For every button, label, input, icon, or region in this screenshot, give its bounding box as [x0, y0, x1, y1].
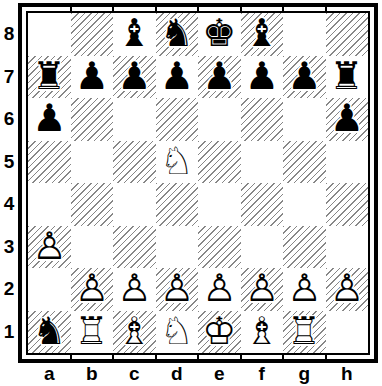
- piece-white-rook[interactable]: ♜♖: [283, 311, 326, 354]
- square-f8[interactable]: ♝: [241, 13, 284, 56]
- square-h6[interactable]: ♟: [326, 98, 369, 141]
- rank-label-6: 6: [0, 98, 18, 141]
- piece-glyph-outline: ♘: [156, 140, 199, 183]
- file-label-b: b: [71, 363, 114, 385]
- square-e3[interactable]: [198, 226, 241, 269]
- square-b8[interactable]: [71, 13, 114, 56]
- frame-tick: [70, 355, 72, 359]
- frame-tick: [155, 7, 157, 11]
- square-h2[interactable]: ♟♙: [326, 268, 369, 311]
- piece-glyph-outline: ♔: [198, 310, 241, 353]
- square-b2[interactable]: ♟♙: [71, 268, 114, 311]
- square-d8[interactable]: ♞: [156, 13, 199, 56]
- square-g1[interactable]: ♜♖: [283, 311, 326, 354]
- piece-glyph-outline: ♙: [28, 225, 71, 268]
- piece-white-rook[interactable]: ♜♖: [71, 311, 114, 354]
- piece-white-pawn[interactable]: ♟♙: [283, 268, 326, 311]
- piece-white-knight[interactable]: ♞♘: [156, 141, 199, 184]
- square-h8[interactable]: [326, 13, 369, 56]
- frame-tick: [112, 355, 114, 359]
- square-b5[interactable]: [71, 141, 114, 184]
- piece-glyph-outline: ♙: [283, 267, 326, 310]
- frame-tick: [112, 7, 114, 11]
- board-frame: ♝♞♚♝♜♟♟♟♟♟♟♜♟♟♞♘♟♙♟♙♟♙♟♙♟♙♟♙♟♙♟♙♞♜♖♝♗♞♘♚…: [18, 3, 378, 363]
- frame-tick: [282, 355, 284, 359]
- rank-label-7: 7: [0, 56, 18, 99]
- square-f2[interactable]: ♟♙: [241, 268, 284, 311]
- file-label-f: f: [241, 363, 284, 385]
- square-d4[interactable]: [156, 183, 199, 226]
- rank-label-3: 3: [0, 226, 18, 269]
- chess-board: ♝♞♚♝♜♟♟♟♟♟♟♜♟♟♞♘♟♙♟♙♟♙♟♙♟♙♟♙♟♙♟♙♞♜♖♝♗♞♘♚…: [26, 11, 370, 355]
- file-label-d: d: [156, 363, 199, 385]
- square-d7[interactable]: ♟: [156, 56, 199, 99]
- piece-glyph-fill: ♜: [326, 55, 369, 98]
- square-b3[interactable]: [71, 226, 114, 269]
- square-g2[interactable]: ♟♙: [283, 268, 326, 311]
- piece-glyph-outline: ♙: [156, 267, 199, 310]
- frame-tick: [282, 7, 284, 11]
- square-f4[interactable]: [241, 183, 284, 226]
- piece-black-pawn[interactable]: ♟: [113, 56, 156, 99]
- square-g4[interactable]: [283, 183, 326, 226]
- square-f6[interactable]: [241, 98, 284, 141]
- piece-glyph-fill: ♚: [198, 12, 241, 55]
- frame-tick: [197, 7, 199, 11]
- piece-white-pawn[interactable]: ♟♙: [113, 268, 156, 311]
- square-d1[interactable]: ♞♘: [156, 311, 199, 354]
- rank-label-5: 5: [0, 141, 18, 184]
- piece-glyph-outline: ♘: [156, 310, 199, 353]
- square-d5[interactable]: ♞♘: [156, 141, 199, 184]
- square-b6[interactable]: [71, 98, 114, 141]
- square-c5[interactable]: [113, 141, 156, 184]
- piece-white-bishop[interactable]: ♝♗: [113, 311, 156, 354]
- square-g3[interactable]: [283, 226, 326, 269]
- rank-label-4: 4: [0, 183, 18, 226]
- piece-glyph-fill: ♟: [283, 55, 326, 98]
- chess-diagram: 87654321 ♝♞♚♝♜♟♟♟♟♟♟♜♟♟♞♘♟♙♟♙♟♙♟♙♟♙♟♙♟♙♟…: [0, 0, 382, 386]
- piece-glyph-outline: ♙: [71, 267, 114, 310]
- square-h7[interactable]: ♜: [326, 56, 369, 99]
- piece-glyph-fill: ♟: [71, 55, 114, 98]
- rank-labels: 87654321: [0, 13, 18, 353]
- rank-label-8: 8: [0, 13, 18, 56]
- piece-black-bishop[interactable]: ♝: [241, 13, 284, 56]
- square-g7[interactable]: ♟: [283, 56, 326, 99]
- rank-label-1: 1: [0, 311, 18, 354]
- piece-black-pawn[interactable]: ♟: [283, 56, 326, 99]
- square-a3[interactable]: ♟♙: [28, 226, 71, 269]
- piece-black-king[interactable]: ♚: [198, 13, 241, 56]
- piece-black-pawn[interactable]: ♟: [198, 56, 241, 99]
- square-g8[interactable]: [283, 13, 326, 56]
- piece-glyph-fill: ♜: [28, 55, 71, 98]
- piece-glyph-fill: ♟: [198, 55, 241, 98]
- piece-white-pawn[interactable]: ♟♙: [326, 268, 369, 311]
- piece-black-knight[interactable]: ♞: [156, 13, 199, 56]
- piece-black-bishop[interactable]: ♝: [113, 13, 156, 56]
- file-label-a: a: [28, 363, 71, 385]
- board-inner-frame: ♝♞♚♝♜♟♟♟♟♟♟♜♟♟♞♘♟♙♟♙♟♙♟♙♟♙♟♙♟♙♟♙♞♜♖♝♗♞♘♚…: [22, 7, 374, 359]
- square-h1[interactable]: [326, 311, 369, 354]
- piece-white-pawn[interactable]: ♟♙: [28, 226, 71, 269]
- square-b1[interactable]: ♜♖: [71, 311, 114, 354]
- file-label-g: g: [283, 363, 326, 385]
- square-f5[interactable]: [241, 141, 284, 184]
- square-c1[interactable]: ♝♗: [113, 311, 156, 354]
- file-label-c: c: [113, 363, 156, 385]
- piece-glyph-fill: ♞: [28, 310, 71, 353]
- square-d6[interactable]: [156, 98, 199, 141]
- frame-tick: [197, 355, 199, 359]
- piece-glyph-fill: ♝: [241, 12, 284, 55]
- frame-tick: [240, 7, 242, 11]
- piece-glyph-fill: ♟: [113, 55, 156, 98]
- frame-tick: [70, 7, 72, 11]
- square-h3[interactable]: [326, 226, 369, 269]
- square-e6[interactable]: [198, 98, 241, 141]
- piece-glyph-outline: ♗: [113, 310, 156, 353]
- square-e1[interactable]: ♚♔: [198, 311, 241, 354]
- piece-white-king[interactable]: ♚♔: [198, 311, 241, 354]
- square-d3[interactable]: [156, 226, 199, 269]
- piece-black-knight[interactable]: ♞: [28, 311, 71, 354]
- piece-white-pawn[interactable]: ♟♙: [71, 268, 114, 311]
- square-c2[interactable]: ♟♙: [113, 268, 156, 311]
- square-e8[interactable]: ♚: [198, 13, 241, 56]
- piece-white-pawn[interactable]: ♟♙: [156, 268, 199, 311]
- frame-tick: [325, 7, 327, 11]
- square-a6[interactable]: ♟: [28, 98, 71, 141]
- frame-tick: [155, 355, 157, 359]
- frame-tick: [240, 355, 242, 359]
- square-b7[interactable]: ♟: [71, 56, 114, 99]
- file-label-e: e: [198, 363, 241, 385]
- piece-black-pawn[interactable]: ♟: [156, 56, 199, 99]
- piece-glyph-outline: ♗: [241, 310, 284, 353]
- piece-black-pawn[interactable]: ♟: [241, 56, 284, 99]
- piece-glyph-outline: ♙: [198, 267, 241, 310]
- square-a7[interactable]: ♜: [28, 56, 71, 99]
- square-c6[interactable]: [113, 98, 156, 141]
- piece-black-pawn[interactable]: ♟: [28, 98, 71, 141]
- square-e7[interactable]: ♟: [198, 56, 241, 99]
- rank-label-2: 2: [0, 268, 18, 311]
- square-c3[interactable]: [113, 226, 156, 269]
- square-h4[interactable]: [326, 183, 369, 226]
- square-c8[interactable]: ♝: [113, 13, 156, 56]
- piece-glyph-fill: ♞: [156, 12, 199, 55]
- square-f7[interactable]: ♟: [241, 56, 284, 99]
- square-h5[interactable]: [326, 141, 369, 184]
- piece-glyph-fill: ♟: [28, 97, 71, 140]
- piece-black-pawn[interactable]: ♟: [326, 98, 369, 141]
- square-a8[interactable]: [28, 13, 71, 56]
- piece-glyph-outline: ♖: [71, 310, 114, 353]
- square-e2[interactable]: ♟♙: [198, 268, 241, 311]
- piece-black-pawn[interactable]: ♟: [71, 56, 114, 99]
- piece-white-pawn[interactable]: ♟♙: [241, 268, 284, 311]
- square-f3[interactable]: [241, 226, 284, 269]
- square-g5[interactable]: [283, 141, 326, 184]
- square-g6[interactable]: [283, 98, 326, 141]
- piece-glyph-outline: ♖: [283, 310, 326, 353]
- piece-glyph-fill: ♝: [113, 12, 156, 55]
- piece-glyph-outline: ♙: [326, 267, 369, 310]
- square-a4[interactable]: [28, 183, 71, 226]
- square-e4[interactable]: [198, 183, 241, 226]
- piece-glyph-fill: ♟: [326, 97, 369, 140]
- piece-white-bishop[interactable]: ♝♗: [241, 311, 284, 354]
- piece-glyph-outline: ♙: [241, 267, 284, 310]
- square-c7[interactable]: ♟: [113, 56, 156, 99]
- piece-glyph-fill: ♟: [241, 55, 284, 98]
- square-a5[interactable]: [28, 141, 71, 184]
- square-d2[interactable]: ♟♙: [156, 268, 199, 311]
- square-c4[interactable]: [113, 183, 156, 226]
- piece-white-pawn[interactable]: ♟♙: [198, 268, 241, 311]
- square-a2[interactable]: [28, 268, 71, 311]
- piece-black-rook[interactable]: ♜: [28, 56, 71, 99]
- piece-glyph-outline: ♙: [113, 267, 156, 310]
- file-label-h: h: [326, 363, 369, 385]
- square-a1[interactable]: ♞: [28, 311, 71, 354]
- square-b4[interactable]: [71, 183, 114, 226]
- file-labels: abcdefgh: [28, 363, 368, 385]
- frame-tick: [325, 355, 327, 359]
- piece-black-rook[interactable]: ♜: [326, 56, 369, 99]
- square-e5[interactable]: [198, 141, 241, 184]
- piece-glyph-fill: ♟: [156, 55, 199, 98]
- square-f1[interactable]: ♝♗: [241, 311, 284, 354]
- piece-white-knight[interactable]: ♞♘: [156, 311, 199, 354]
